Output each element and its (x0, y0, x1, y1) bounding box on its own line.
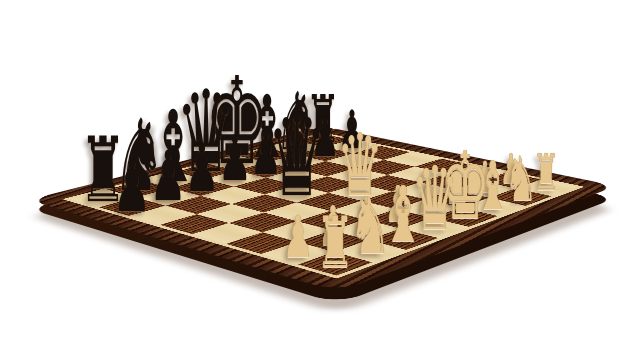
board-maple-frame (62, 132, 584, 278)
chess-board (28, 126, 616, 292)
chess-set-photo: ♜♞♝♛♚♝♞♜♟♟♟♟♟♟♟♟♛♛♟♟♟♟♟♟♟♟♜♞♝♛♚♝♞♜ (0, 0, 640, 360)
board-grid (70, 134, 577, 276)
